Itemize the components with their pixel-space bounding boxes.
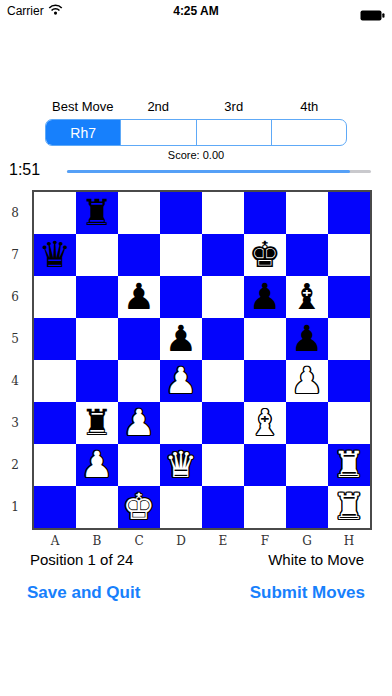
status-time: 4:25 AM [0,4,392,18]
square-d4[interactable]: ♟ [160,360,202,402]
square-e8[interactable] [202,192,244,234]
square-h3[interactable] [328,402,370,444]
square-h7[interactable] [328,234,370,276]
square-d6[interactable] [160,276,202,318]
piece-white-rook-h2[interactable]: ♜ [328,444,370,486]
square-e7[interactable] [202,234,244,276]
chess-board: ♜♛♚♟♟♝♟♟♟♟♜♟♝♟♛♜♚♜ [32,190,372,530]
square-g2[interactable] [286,444,328,486]
square-c6[interactable]: ♟ [118,276,160,318]
rank-labels: 87654321 [0,192,30,528]
square-a2[interactable] [34,444,76,486]
square-f3[interactable]: ♝ [244,402,286,444]
button-row: Save and Quit Submit Moves [27,583,365,603]
square-e1[interactable] [202,486,244,528]
second-move-label: 2nd [121,99,197,114]
square-a6[interactable] [34,276,76,318]
fourth-move-label: 4th [272,99,348,114]
piece-white-pawn-b2[interactable]: ♟ [76,444,118,486]
square-a1[interactable] [34,486,76,528]
third-move-input[interactable] [196,120,271,145]
piece-black-pawn-c6[interactable]: ♟ [118,276,160,318]
piece-black-rook-b3[interactable]: ♜ [76,402,118,444]
square-f8[interactable] [244,192,286,234]
square-d2[interactable]: ♛ [160,444,202,486]
square-d5[interactable]: ♟ [160,318,202,360]
move-column-labels: Best Move 2nd 3rd 4th [45,99,347,114]
rank-label-2: 2 [0,444,30,486]
square-f5[interactable] [244,318,286,360]
piece-white-pawn-c3[interactable]: ♟ [118,402,160,444]
piece-white-king-c1[interactable]: ♚ [118,486,160,528]
submit-moves-button[interactable]: Submit Moves [250,583,365,603]
timer-label: 1:51 [9,161,40,179]
piece-black-pawn-g5[interactable]: ♟ [286,318,328,360]
app-screen: Carrier 4:25 AM Best Move 2nd 3rd 4th Rh… [0,0,392,696]
square-e2[interactable] [202,444,244,486]
file-label-b: B [76,534,118,548]
square-h4[interactable] [328,360,370,402]
square-b6[interactable] [76,276,118,318]
third-move-label: 3rd [196,99,272,114]
square-b4[interactable] [76,360,118,402]
square-e5[interactable] [202,318,244,360]
square-f4[interactable] [244,360,286,402]
square-d8[interactable] [160,192,202,234]
square-a7[interactable]: ♛ [34,234,76,276]
square-b2[interactable]: ♟ [76,444,118,486]
square-h2[interactable]: ♜ [328,444,370,486]
info-row: Position 1 of 24 White to Move [30,551,364,568]
square-e6[interactable] [202,276,244,318]
square-f2[interactable] [244,444,286,486]
square-c2[interactable] [118,444,160,486]
piece-black-rook-b8[interactable]: ♜ [76,192,118,234]
fourth-move-input[interactable] [271,120,346,145]
file-label-a: A [34,534,76,548]
square-d7[interactable] [160,234,202,276]
square-g7[interactable] [286,234,328,276]
rank-label-6: 6 [0,276,30,318]
square-a8[interactable] [34,192,76,234]
square-f7[interactable]: ♚ [244,234,286,276]
file-label-d: D [160,534,202,548]
square-c4[interactable] [118,360,160,402]
square-b7[interactable] [76,234,118,276]
file-label-f: F [244,534,286,548]
square-c7[interactable] [118,234,160,276]
square-a5[interactable] [34,318,76,360]
piece-black-pawn-f6[interactable]: ♟ [244,276,286,318]
square-h1[interactable]: ♜ [328,486,370,528]
square-a4[interactable] [34,360,76,402]
square-b8[interactable]: ♜ [76,192,118,234]
square-f1[interactable] [244,486,286,528]
battery-icon [360,7,385,25]
save-and-quit-button[interactable]: Save and Quit [27,583,140,603]
piece-black-queen-a7[interactable]: ♛ [34,234,76,276]
file-label-e: E [202,534,244,548]
turn-indicator: White to Move [268,551,364,568]
best-move-label: Best Move [45,99,121,114]
square-c5[interactable] [118,318,160,360]
square-a3[interactable] [34,402,76,444]
square-c8[interactable] [118,192,160,234]
score-label: Score: 0.00 [0,149,392,161]
piece-white-rook-h1[interactable]: ♜ [328,486,370,528]
file-labels: ABCDEFGH [34,534,370,548]
square-f6[interactable]: ♟ [244,276,286,318]
piece-white-pawn-g4[interactable]: ♟ [286,360,328,402]
rank-label-4: 4 [0,360,30,402]
rank-label-5: 5 [0,318,30,360]
square-e3[interactable] [202,402,244,444]
square-g8[interactable] [286,192,328,234]
file-label-g: G [286,534,328,548]
square-g6[interactable]: ♝ [286,276,328,318]
status-bar: Carrier 4:25 AM [0,3,392,21]
time-progress-bar [67,170,371,173]
square-g5[interactable]: ♟ [286,318,328,360]
square-h6[interactable] [328,276,370,318]
piece-white-bishop-f3[interactable]: ♝ [244,402,286,444]
move-input-row: Rh7 [45,119,347,146]
square-h8[interactable] [328,192,370,234]
rank-label-8: 8 [0,192,30,234]
square-d1[interactable] [160,486,202,528]
piece-black-bishop-g6[interactable]: ♝ [286,276,328,318]
square-d3[interactable] [160,402,202,444]
square-c1[interactable]: ♚ [118,486,160,528]
piece-white-queen-d2[interactable]: ♛ [160,444,202,486]
square-e4[interactable] [202,360,244,402]
second-move-input[interactable] [120,120,195,145]
square-c3[interactable]: ♟ [118,402,160,444]
file-label-h: H [328,534,370,548]
rank-label-1: 1 [0,486,30,528]
square-g4[interactable]: ♟ [286,360,328,402]
piece-black-pawn-d5[interactable]: ♟ [160,318,202,360]
square-b3[interactable]: ♜ [76,402,118,444]
rank-label-3: 3 [0,402,30,444]
square-b1[interactable] [76,486,118,528]
rank-label-7: 7 [0,234,30,276]
square-b5[interactable] [76,318,118,360]
square-h5[interactable] [328,318,370,360]
piece-white-pawn-d4[interactable]: ♟ [160,360,202,402]
square-g3[interactable] [286,402,328,444]
best-move-input[interactable]: Rh7 [46,120,120,145]
square-g1[interactable] [286,486,328,528]
position-counter: Position 1 of 24 [30,551,133,568]
file-label-c: C [118,534,160,548]
piece-black-king-f7[interactable]: ♚ [244,234,286,276]
time-progress-fill [67,170,350,173]
